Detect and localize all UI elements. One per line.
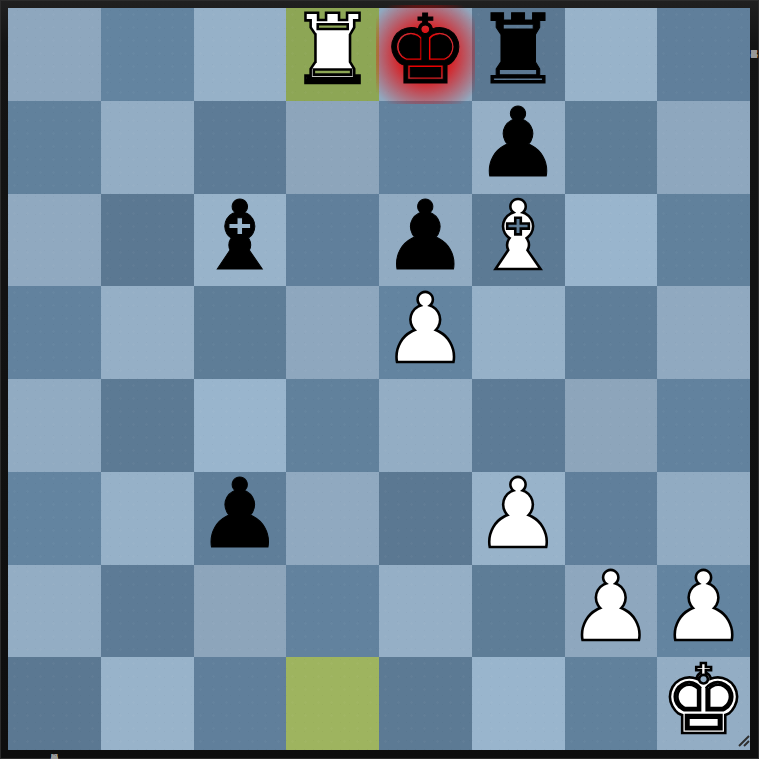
square-c8[interactable]: [194, 8, 287, 101]
square-g6[interactable]: [565, 194, 658, 287]
square-e3[interactable]: [379, 472, 472, 565]
square-d3[interactable]: [286, 472, 379, 565]
square-g2[interactable]: ♟: [565, 565, 658, 658]
square-a5[interactable]: [8, 286, 101, 379]
square-g8[interactable]: [565, 8, 658, 101]
file-label-h: h: [8, 750, 101, 759]
square-b7[interactable]: [101, 101, 194, 194]
square-d5[interactable]: [286, 286, 379, 379]
piece-black-pawn[interactable]: ♟: [472, 97, 565, 190]
piece-white-pawn[interactable]: ♟: [472, 468, 565, 561]
square-b2[interactable]: [101, 565, 194, 658]
square-f3[interactable]: ♟: [472, 472, 565, 565]
square-b6[interactable]: [101, 194, 194, 287]
square-g4[interactable]: [565, 379, 658, 472]
rank-label-1: 1: [749, 8, 759, 101]
piece-white-pawn[interactable]: ♟: [379, 282, 472, 375]
square-e8[interactable]: ♚: [379, 8, 472, 101]
square-f5[interactable]: [472, 286, 565, 379]
square-a3[interactable]: [8, 472, 101, 565]
square-h7[interactable]: [657, 101, 750, 194]
square-d4[interactable]: [286, 379, 379, 472]
board-frame: ♜♚♜♟♝♟♝♟♟♟♟♟♚ 87654321 abcdefgh: [0, 0, 759, 759]
square-h8[interactable]: [657, 8, 750, 101]
square-b3[interactable]: [101, 472, 194, 565]
square-e2[interactable]: [379, 565, 472, 658]
square-d8[interactable]: ♜: [286, 8, 379, 101]
square-f6[interactable]: ♝: [472, 194, 565, 287]
piece-black-rook[interactable]: ♜: [472, 4, 565, 97]
square-h5[interactable]: [657, 286, 750, 379]
rank-coordinates: 87654321: [749, 8, 759, 750]
piece-black-king[interactable]: ♚: [379, 4, 472, 97]
square-a2[interactable]: [8, 565, 101, 658]
resize-diagonal-lines-icon: [736, 733, 752, 749]
piece-white-bishop[interactable]: ♝: [472, 190, 565, 283]
square-d1[interactable]: [286, 657, 379, 750]
square-g1[interactable]: [565, 657, 658, 750]
square-f1[interactable]: [472, 657, 565, 750]
square-c5[interactable]: [194, 286, 287, 379]
square-a1[interactable]: [8, 657, 101, 750]
piece-black-pawn[interactable]: ♟: [379, 190, 472, 283]
square-a8[interactable]: [8, 8, 101, 101]
piece-white-pawn[interactable]: ♟: [657, 561, 750, 654]
square-h6[interactable]: [657, 194, 750, 287]
chess-board: ♜♚♜♟♝♟♝♟♟♟♟♟♚: [8, 8, 750, 750]
square-b1[interactable]: [101, 657, 194, 750]
square-d6[interactable]: [286, 194, 379, 287]
square-d7[interactable]: [286, 101, 379, 194]
piece-black-pawn[interactable]: ♟: [194, 468, 287, 561]
square-g5[interactable]: [565, 286, 658, 379]
square-e1[interactable]: [379, 657, 472, 750]
square-c1[interactable]: [194, 657, 287, 750]
square-b5[interactable]: [101, 286, 194, 379]
square-c2[interactable]: [194, 565, 287, 658]
piece-white-rook[interactable]: ♜: [286, 4, 379, 97]
square-c3[interactable]: ♟: [194, 472, 287, 565]
square-e5[interactable]: ♟: [379, 286, 472, 379]
square-b8[interactable]: [101, 8, 194, 101]
board-resize-handle[interactable]: [736, 733, 752, 749]
square-e4[interactable]: [379, 379, 472, 472]
square-d2[interactable]: [286, 565, 379, 658]
square-f2[interactable]: [472, 565, 565, 658]
square-a4[interactable]: [8, 379, 101, 472]
file-coordinates: abcdefgh: [8, 750, 750, 759]
square-a6[interactable]: [8, 194, 101, 287]
square-b4[interactable]: [101, 379, 194, 472]
square-a7[interactable]: [8, 101, 101, 194]
square-g7[interactable]: [565, 101, 658, 194]
square-c6[interactable]: ♝: [194, 194, 287, 287]
piece-white-pawn[interactable]: ♟: [565, 561, 658, 654]
square-h4[interactable]: [657, 379, 750, 472]
piece-black-bishop[interactable]: ♝: [194, 190, 287, 283]
